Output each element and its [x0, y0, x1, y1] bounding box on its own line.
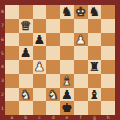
square-h8[interactable] [101, 5, 115, 19]
square-f6[interactable]: ♟ [74, 33, 88, 47]
square-a3[interactable] [5, 74, 19, 88]
black-knight[interactable]: ♞ [89, 5, 100, 18]
square-c7[interactable] [33, 19, 47, 33]
square-a5[interactable] [5, 46, 19, 60]
square-d1[interactable] [46, 101, 60, 115]
square-f7[interactable] [74, 19, 88, 33]
square-g3[interactable] [88, 74, 102, 88]
square-f8[interactable]: ♚ [74, 5, 88, 19]
black-pawn[interactable]: ♟ [61, 88, 72, 101]
square-h2[interactable] [101, 88, 115, 102]
square-b3[interactable] [19, 74, 33, 88]
square-d7[interactable] [46, 19, 60, 33]
square-d2[interactable]: ♞ [46, 88, 60, 102]
square-e3[interactable]: ♝ [60, 74, 74, 88]
file-coordinates: abcdefgh [5, 115, 115, 120]
square-h5[interactable] [101, 46, 115, 60]
square-e4[interactable] [60, 60, 74, 74]
black-king[interactable]: ♚ [61, 101, 72, 114]
white-king[interactable]: ♚ [75, 5, 86, 18]
square-f4[interactable] [74, 60, 88, 74]
square-c8[interactable] [33, 5, 47, 19]
square-g1[interactable] [88, 101, 102, 115]
black-pawn[interactable]: ♟ [20, 46, 31, 59]
square-a6[interactable] [5, 33, 19, 47]
square-e5[interactable] [60, 46, 74, 60]
chess-board-frame: 87654321 abcdefgh ♞♚♞♛♟♟♟♟♜♝♞♞♟♝♚ [0, 0, 120, 120]
white-queen[interactable]: ♛ [20, 19, 31, 32]
square-g4[interactable]: ♜ [88, 60, 102, 74]
square-f5[interactable] [74, 46, 88, 60]
square-e8[interactable]: ♞ [60, 5, 74, 19]
square-b2[interactable]: ♞ [19, 88, 33, 102]
file-label-g: g [88, 115, 102, 120]
square-e2[interactable]: ♟ [60, 88, 74, 102]
square-a1[interactable] [5, 101, 19, 115]
square-h4[interactable] [101, 60, 115, 74]
square-c5[interactable] [33, 46, 47, 60]
square-d4[interactable] [46, 60, 60, 74]
white-pawn[interactable]: ♟ [75, 33, 86, 46]
black-rook[interactable]: ♜ [89, 60, 100, 73]
file-label-e: e [60, 115, 74, 120]
square-g5[interactable] [88, 46, 102, 60]
square-g7[interactable] [88, 19, 102, 33]
black-bishop[interactable]: ♝ [89, 88, 100, 101]
square-b8[interactable] [19, 5, 33, 19]
square-d5[interactable] [46, 46, 60, 60]
square-b6[interactable] [19, 33, 33, 47]
square-g6[interactable] [88, 33, 102, 47]
square-d6[interactable] [46, 33, 60, 47]
file-label-d: d [46, 115, 60, 120]
square-f2[interactable] [74, 88, 88, 102]
square-g2[interactable]: ♝ [88, 88, 102, 102]
square-a8[interactable] [5, 5, 19, 19]
square-c3[interactable] [33, 74, 47, 88]
square-c2[interactable] [33, 88, 47, 102]
square-a7[interactable] [5, 19, 19, 33]
square-f1[interactable] [74, 101, 88, 115]
square-b5[interactable]: ♟ [19, 46, 33, 60]
black-pawn[interactable]: ♟ [34, 33, 45, 46]
square-g8[interactable]: ♞ [88, 5, 102, 19]
square-b1[interactable] [19, 101, 33, 115]
square-e1[interactable]: ♚ [60, 101, 74, 115]
white-knight[interactable]: ♞ [48, 88, 59, 101]
square-d3[interactable] [46, 74, 60, 88]
file-label-b: b [19, 115, 33, 120]
square-e6[interactable] [60, 33, 74, 47]
square-c1[interactable] [33, 101, 47, 115]
square-c4[interactable]: ♟ [33, 60, 47, 74]
file-label-c: c [33, 115, 47, 120]
white-knight[interactable]: ♞ [20, 88, 31, 101]
square-a2[interactable] [5, 88, 19, 102]
square-h6[interactable] [101, 33, 115, 47]
white-pawn[interactable]: ♟ [34, 60, 45, 73]
file-label-h: h [101, 115, 115, 120]
square-c6[interactable]: ♟ [33, 33, 47, 47]
white-bishop[interactable]: ♝ [61, 74, 72, 87]
file-label-a: a [5, 115, 19, 120]
square-a4[interactable] [5, 60, 19, 74]
square-e7[interactable] [60, 19, 74, 33]
square-d8[interactable] [46, 5, 60, 19]
square-h3[interactable] [101, 74, 115, 88]
black-knight[interactable]: ♞ [61, 5, 72, 18]
square-b7[interactable]: ♛ [19, 19, 33, 33]
square-h1[interactable] [101, 101, 115, 115]
square-f3[interactable] [74, 74, 88, 88]
file-label-f: f [74, 115, 88, 120]
chess-board: ♞♚♞♛♟♟♟♟♜♝♞♞♟♝♚ [5, 5, 115, 115]
square-b4[interactable] [19, 60, 33, 74]
square-h7[interactable] [101, 19, 115, 33]
